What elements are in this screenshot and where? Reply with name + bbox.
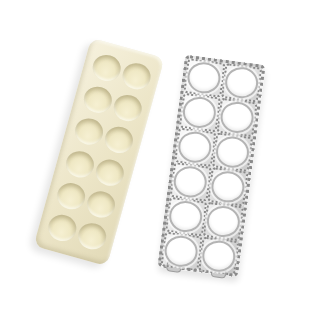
cutter-hole xyxy=(214,135,251,170)
cutter-cell xyxy=(211,132,253,172)
cutter-cell xyxy=(198,236,240,276)
dough-pocket xyxy=(89,51,123,84)
dough-pocket xyxy=(75,220,109,253)
dough-pocket xyxy=(110,92,144,125)
cutter-hole xyxy=(168,199,205,234)
cutter-hole xyxy=(163,234,200,269)
dough-pocket xyxy=(84,188,118,221)
dough-pocket xyxy=(63,148,97,181)
cutter-cell xyxy=(165,197,207,237)
cutter-cell xyxy=(216,98,258,138)
cutter-hole xyxy=(205,204,242,239)
product-photo-scene xyxy=(0,0,320,320)
cutter-cell xyxy=(174,127,216,167)
ravioli-cutter-plate xyxy=(157,55,265,278)
cutter-hole xyxy=(200,239,237,274)
cutter-hole xyxy=(172,164,209,199)
cutter-cell xyxy=(183,58,225,98)
cutter-cell xyxy=(170,162,212,202)
dough-pocket xyxy=(72,116,106,149)
dough-pocket xyxy=(45,212,79,245)
cutter-cell xyxy=(202,202,244,242)
cutter-cell xyxy=(179,93,221,133)
cutter-cell xyxy=(207,167,249,207)
tray-pocket-grid xyxy=(34,38,165,266)
cutter-hole xyxy=(209,169,246,204)
dough-pocket xyxy=(93,156,127,189)
dough-pocket xyxy=(80,83,114,116)
cutter-hole xyxy=(223,65,260,100)
dough-pocket xyxy=(119,60,153,93)
cutter-cell-grid xyxy=(161,58,263,274)
cutter-hole xyxy=(186,60,223,95)
cutter-cell xyxy=(221,63,263,103)
dough-pocket xyxy=(54,180,88,213)
ravioli-mold-tray xyxy=(34,38,165,266)
cutter-cell xyxy=(160,231,202,271)
cutter-hole xyxy=(218,100,255,135)
dough-pocket xyxy=(101,124,135,157)
cutter-hole xyxy=(177,130,214,165)
cutter-hole xyxy=(181,95,218,130)
